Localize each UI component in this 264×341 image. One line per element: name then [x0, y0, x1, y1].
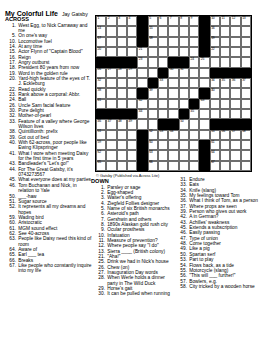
block-cell [106, 109, 116, 119]
grid-cell[interactable]: 15 [148, 26, 158, 36]
grid-cell[interactable] [168, 109, 178, 119]
clue-item[interactable]: 63.People like Daisy need this kind of r… [5, 236, 93, 247]
cell-number: 51 [98, 130, 101, 134]
grid-cell[interactable]: 67 [210, 161, 220, 171]
cell-number: 48 [118, 120, 121, 124]
cell-number: 1 [98, 17, 100, 21]
cell-number: 44 [139, 110, 142, 114]
cell-number: 16 [211, 27, 214, 31]
clue-item[interactable]: 52.It represents all my dreams and hopes [5, 204, 93, 215]
grid-cell[interactable] [127, 26, 137, 36]
block-cell [168, 57, 178, 67]
block-cell [210, 119, 220, 129]
grid-cell[interactable] [179, 47, 189, 57]
grid-cell[interactable] [137, 119, 147, 129]
grid-cell[interactable] [137, 78, 147, 88]
cell-number: 15 [149, 27, 152, 31]
grid-cell[interactable] [220, 109, 230, 119]
grid-cell[interactable] [158, 109, 168, 119]
cell-number: 12 [232, 17, 235, 21]
block-cell [127, 109, 137, 119]
grid-cell[interactable] [230, 99, 240, 109]
cell-number: 11 [221, 17, 224, 21]
cell-number: 5 [149, 17, 151, 21]
grid-cell[interactable] [179, 99, 189, 109]
grid-cell[interactable]: 44 [137, 109, 147, 119]
grid-cell[interactable]: 13 [241, 16, 251, 26]
grid-cell[interactable]: 29 [127, 68, 137, 78]
grid-cell[interactable] [127, 37, 137, 47]
block-cell [137, 140, 147, 150]
block-cell [137, 37, 147, 47]
clue-text: Feature of a valley where George Wilson … [18, 119, 93, 130]
grid-cell[interactable] [117, 140, 127, 150]
block-cell [220, 119, 230, 129]
cell-number: 37 [242, 79, 245, 83]
cell-number: 2 [108, 17, 110, 21]
grid-cell[interactable] [148, 119, 158, 129]
grid-cell[interactable] [168, 88, 178, 98]
grid-cell[interactable]: 65 [96, 161, 106, 171]
clue-text: Like people who constantly inquire into … [18, 263, 93, 274]
clue-item[interactable]: 46.Tom Buchanan and Nick, in relation to… [5, 183, 93, 194]
block-cell [96, 109, 106, 119]
cell-number: 26 [98, 68, 101, 72]
grid-cell[interactable] [179, 26, 189, 36]
clue-text: It represents all my dreams and hopes [18, 204, 93, 215]
grid-cell[interactable] [117, 161, 127, 171]
grid-cell[interactable]: 9 [189, 16, 199, 26]
grid-cell[interactable]: 8 [179, 16, 189, 26]
grid-cell[interactable]: 33 [158, 78, 168, 88]
cell-number: 43 [201, 99, 204, 103]
grid-cell[interactable] [220, 47, 230, 57]
grid-cell[interactable] [168, 47, 178, 57]
block-cell [199, 16, 209, 26]
grid-cell[interactable] [127, 47, 137, 57]
cell-number: 33 [159, 79, 162, 83]
grid-cell[interactable] [241, 37, 251, 47]
grid-cell[interactable]: 6 [158, 16, 168, 26]
grid-cell[interactable] [148, 68, 158, 78]
grid-cell[interactable]: 22 [210, 47, 220, 57]
cell-number: 39 [149, 89, 152, 93]
down-clue-list-1: 1.Parsley or sage2.Egg-shaped3.Waiter's … [95, 185, 175, 297]
grid-cell[interactable] [158, 47, 168, 57]
clue-item[interactable]: 33.Feature of a valley where George Wils… [5, 119, 93, 130]
clue-text: It can be pulled when running [107, 291, 175, 296]
cell-number: 61 [211, 141, 214, 145]
block-cell [137, 161, 147, 171]
grid-cell[interactable]: 57 [230, 130, 240, 140]
grid-cell[interactable]: 24 [189, 57, 199, 67]
grid-cell[interactable] [106, 130, 116, 140]
grid-cell[interactable]: 56 [220, 130, 230, 140]
clue-number: 63. [5, 236, 18, 247]
grid-cell[interactable]: 7 [168, 16, 178, 26]
grid-cell[interactable]: 58 [241, 130, 251, 140]
clue-text: City tricked by a wooden horse [189, 284, 263, 289]
block-cell [158, 119, 168, 129]
grid-cell[interactable]: 38 [96, 88, 106, 98]
grid-cell[interactable]: 27 [106, 68, 116, 78]
grid-cell[interactable] [106, 150, 116, 160]
grid-cell[interactable] [179, 37, 189, 47]
grid-cell[interactable] [179, 161, 189, 171]
grid-cell[interactable] [230, 26, 240, 36]
grid-cell[interactable]: 61 [210, 140, 220, 150]
grid-cell[interactable] [210, 57, 220, 67]
cell-number: 13 [242, 17, 245, 21]
grid-cell[interactable] [106, 140, 116, 150]
cell-number: 42 [139, 99, 142, 103]
copyright-line: © Gatsby (Published via Across Lite) [96, 173, 159, 178]
clue-number: 28. [95, 275, 107, 286]
cell-number: 7 [170, 17, 172, 21]
cell-number: 41 [98, 99, 101, 103]
grid-cell[interactable] [199, 109, 209, 119]
cell-number: 40 [211, 89, 214, 93]
grid-cell[interactable]: 46 [96, 119, 106, 129]
clue-text: West Egg, to Nick Carraway and me [18, 23, 93, 34]
grid-cell[interactable] [189, 47, 199, 57]
grid-cell[interactable] [106, 37, 116, 47]
grid-cell[interactable]: 20 [96, 47, 106, 57]
grid-cell[interactable] [127, 78, 137, 88]
grid-cell[interactable] [230, 57, 240, 67]
clue-item[interactable]: 58.City tricked by a wooden horse [177, 284, 263, 289]
cell-number: 66 [149, 161, 152, 165]
cell-number: 65 [98, 161, 101, 165]
cell-number: 46 [98, 120, 101, 124]
block-cell [127, 57, 137, 67]
grid-cell[interactable]: 48 [117, 119, 127, 129]
grid-cell[interactable] [127, 161, 137, 171]
cell-number: 60 [149, 141, 152, 145]
grid-cell[interactable]: 60 [148, 140, 158, 150]
grid-cell[interactable] [199, 78, 209, 88]
clue-item[interactable]: 30.It can be pulled when running [95, 291, 175, 296]
grid-cell[interactable]: 54 [168, 130, 178, 140]
grid-cell[interactable] [117, 47, 127, 57]
grid-cell[interactable] [148, 57, 158, 67]
grid-cell[interactable]: 26 [96, 68, 106, 78]
grid-cell[interactable]: 4 [127, 16, 137, 26]
cell-number: 4 [128, 17, 130, 21]
grid-cell[interactable]: 45 [189, 109, 199, 119]
clue-number: 41. [5, 151, 18, 162]
grid-cell[interactable]: 2 [106, 16, 116, 26]
clue-text: Tom Buchanan and Nick, in relation to Ya… [18, 183, 93, 194]
grid-cell[interactable]: 62 [96, 150, 106, 160]
grid-cell[interactable] [158, 150, 168, 160]
grid-cell[interactable] [148, 109, 158, 119]
block-cell [137, 130, 147, 140]
cell-number: 27 [108, 68, 111, 72]
grid-cell[interactable] [106, 47, 116, 57]
clue-item[interactable]: 40.With 62-across, poor people like Ewin… [5, 140, 93, 151]
cell-number: 25 [201, 58, 204, 62]
cell-number: 20 [98, 48, 101, 52]
block-cell [189, 99, 199, 109]
grid-cell[interactable]: 66 [148, 161, 158, 171]
grid-cell[interactable]: 59 [96, 140, 106, 150]
grid-cell[interactable] [189, 88, 199, 98]
grid-cell[interactable]: 47 [106, 119, 116, 129]
grid-cell[interactable] [127, 88, 137, 98]
grid-cell[interactable] [168, 140, 178, 150]
cell-number: 58 [242, 130, 245, 134]
grid-cell[interactable] [220, 150, 230, 160]
grid-cell[interactable] [199, 119, 209, 129]
grid-cell[interactable] [168, 26, 178, 36]
grid-cell[interactable] [230, 109, 240, 119]
grid-cell[interactable]: 34 [210, 78, 220, 88]
block-cell [148, 78, 158, 88]
grid-cell[interactable]: 36 [230, 78, 240, 88]
grid-cell[interactable] [241, 150, 251, 160]
cell-number: 57 [232, 130, 235, 134]
block-cell [137, 16, 147, 26]
grid-cell[interactable]: 25 [199, 57, 209, 67]
cell-number: 3 [118, 17, 120, 21]
clue-item[interactable]: 28.When Werle holds a dinner party in Th… [95, 275, 175, 286]
grid-cell[interactable] [117, 37, 127, 47]
grid-cell[interactable] [189, 37, 199, 47]
cell-number: 45 [190, 110, 193, 114]
grid-cell[interactable]: 11 [220, 16, 230, 26]
grid-cell[interactable]: 43 [199, 99, 209, 109]
grid-cell[interactable] [189, 78, 199, 88]
grid-cell[interactable] [127, 150, 137, 160]
grid-cell[interactable] [106, 78, 116, 88]
grid-cell[interactable]: 18 [148, 37, 158, 47]
grid-cell[interactable] [220, 140, 230, 150]
grid-cell[interactable]: 12 [230, 16, 240, 26]
grid-cell[interactable] [117, 88, 127, 98]
grid-cell[interactable] [148, 99, 158, 109]
block-cell [230, 68, 240, 78]
grid-cell[interactable] [117, 150, 127, 160]
clue-number: 46. [5, 183, 18, 194]
grid-cell[interactable]: 35 [220, 78, 230, 88]
grid-cell[interactable] [189, 130, 199, 140]
cell-number: 31 [180, 68, 183, 72]
grid-cell[interactable]: 32 [96, 78, 106, 88]
grid-cell[interactable] [179, 140, 189, 150]
grid-cell[interactable] [148, 47, 158, 57]
grid-cell[interactable] [158, 57, 168, 67]
grid-cell[interactable] [158, 88, 168, 98]
grid-cell[interactable]: 10 [210, 16, 220, 26]
grid-cell[interactable] [158, 161, 168, 171]
grid-cell[interactable] [210, 99, 220, 109]
block-cell [241, 119, 251, 129]
grid-cell[interactable]: 5 [148, 16, 158, 26]
block-cell [210, 68, 220, 78]
grid-cell[interactable]: 39 [148, 88, 158, 98]
grid-cell[interactable] [158, 37, 168, 47]
cell-number: 21 [139, 48, 142, 52]
crossword-grid[interactable]: 1234567891011121314151617181920212223242… [95, 15, 252, 172]
grid-cell[interactable] [168, 37, 178, 47]
grid-cell[interactable]: 55 [210, 130, 220, 140]
grid-cell[interactable]: 37 [241, 78, 251, 88]
clue-item[interactable]: 41.What I wore when meeting Daisy for th… [5, 151, 93, 162]
cell-number: 36 [232, 79, 235, 83]
clue-number: 67. [5, 263, 18, 274]
grid-cell[interactable] [179, 78, 189, 88]
grid-cell[interactable] [168, 99, 178, 109]
clue-number: 58. [177, 284, 189, 289]
cell-number: 18 [149, 37, 152, 41]
clue-number: 40. [5, 140, 18, 151]
grid-cell[interactable] [230, 47, 240, 57]
grid-cell[interactable]: 19 [210, 37, 220, 47]
cell-number: 38 [98, 89, 101, 93]
grid-cell[interactable] [220, 161, 230, 171]
clue-text: With 62-across, poor people like Ewing K… [18, 140, 93, 151]
cell-number: 32 [98, 79, 101, 83]
grid-cell[interactable] [168, 150, 178, 160]
grid-cell[interactable]: 40 [210, 88, 220, 98]
grid-cell[interactable] [220, 26, 230, 36]
grid-cell[interactable] [230, 150, 240, 160]
block-cell [158, 68, 168, 78]
block-cell [220, 68, 230, 78]
grid-cell[interactable] [230, 140, 240, 150]
cell-number: 24 [190, 58, 193, 62]
grid-cell[interactable]: 14 [96, 26, 106, 36]
grid-cell[interactable]: 42 [137, 99, 147, 109]
grid-cell[interactable]: 50 [179, 119, 189, 129]
grid-cell[interactable] [179, 88, 189, 98]
grid-cell[interactable] [241, 109, 251, 119]
cell-number: 49 [128, 120, 131, 124]
grid-cell[interactable] [168, 161, 178, 171]
grid-cell[interactable] [241, 161, 251, 171]
clue-text: What I wore when meeting Daisy for the f… [18, 151, 93, 162]
grid-cell[interactable] [241, 47, 251, 57]
grid-cell[interactable] [199, 68, 209, 78]
cell-number: 63 [149, 151, 152, 155]
block-cell [117, 57, 127, 67]
grid-cell[interactable] [220, 57, 230, 67]
grid-cell[interactable]: 30 [168, 68, 178, 78]
grid-cell[interactable] [230, 88, 240, 98]
grid-cell[interactable]: 1 [96, 16, 106, 26]
grid-cell[interactable] [117, 26, 127, 36]
grid-cell[interactable]: 23 [137, 57, 147, 67]
grid-cell[interactable] [220, 37, 230, 47]
clue-item[interactable]: 20.Yard-high feature of the eyes of T. J… [5, 76, 93, 87]
grid-cell[interactable]: 53 [158, 130, 168, 140]
grid-cell[interactable]: 64 [210, 150, 220, 160]
grid-cell[interactable] [168, 78, 178, 88]
cell-number: 53 [159, 130, 162, 134]
grid-cell[interactable]: 3 [117, 16, 127, 26]
grid-cell[interactable] [220, 88, 230, 98]
grid-cell[interactable] [179, 130, 189, 140]
grid-cell[interactable] [220, 99, 230, 109]
cell-number: 54 [170, 130, 173, 134]
cell-number: 30 [170, 68, 173, 72]
block-cell [241, 68, 251, 78]
grid-cell[interactable]: 31 [179, 68, 189, 78]
grid-cell[interactable]: 51 [96, 130, 106, 140]
clue-item[interactable]: 44.For The Great Gatsby, it's 0743273567 [5, 167, 93, 178]
grid-cell[interactable] [189, 140, 199, 150]
cell-number: 62 [98, 151, 101, 155]
grid-cell[interactable] [189, 161, 199, 171]
grid-cell[interactable] [230, 37, 240, 47]
block-cell [199, 26, 209, 36]
grid-cell[interactable]: 63 [148, 150, 158, 160]
grid-cell[interactable] [241, 88, 251, 98]
grid-cell[interactable] [117, 130, 127, 140]
grid-cell[interactable]: 17 [96, 37, 106, 47]
cell-number: 59 [98, 141, 101, 145]
cell-number: 19 [211, 37, 214, 41]
cell-number: 29 [128, 68, 131, 72]
grid-cell[interactable] [179, 150, 189, 160]
grid-cell[interactable] [158, 99, 168, 109]
grid-cell[interactable] [117, 99, 127, 109]
grid-cell[interactable] [158, 140, 168, 150]
grid-cell[interactable]: 16 [210, 26, 220, 36]
grid-cell[interactable]: 49 [127, 119, 137, 129]
block-cell [199, 88, 209, 98]
grid-cell[interactable]: 28 [117, 68, 127, 78]
block-cell [106, 57, 116, 67]
grid-cell[interactable] [106, 26, 116, 36]
grid-cell[interactable] [117, 78, 127, 88]
clue-number: 44. [5, 167, 18, 178]
grid-cell[interactable] [106, 161, 116, 171]
clue-item[interactable]: 67.Like people who constantly inquire in… [5, 263, 93, 274]
block-cell [199, 47, 209, 57]
grid-cell[interactable] [189, 26, 199, 36]
grid-cell[interactable] [241, 99, 251, 109]
grid-cell[interactable] [127, 99, 137, 109]
grid-cell[interactable] [137, 68, 147, 78]
grid-cell[interactable] [127, 140, 137, 150]
grid-cell[interactable]: 41 [96, 99, 106, 109]
block-cell [168, 119, 178, 129]
clue-item[interactable]: 1.West Egg, to Nick Carraway and me [5, 23, 93, 34]
grid-cell[interactable] [189, 150, 199, 160]
grid-cell[interactable]: 21 [137, 47, 147, 57]
grid-cell[interactable] [106, 88, 116, 98]
grid-cell[interactable] [199, 130, 209, 140]
grid-cell[interactable] [158, 26, 168, 36]
grid-cell[interactable] [189, 68, 199, 78]
grid-cell[interactable] [189, 119, 199, 129]
grid-cell[interactable] [241, 140, 251, 150]
cell-number: 22 [211, 48, 214, 52]
grid-cell[interactable] [106, 99, 116, 109]
grid-cell[interactable] [241, 26, 251, 36]
grid-cell[interactable] [127, 130, 137, 140]
cell-number: 35 [221, 79, 224, 83]
cell-number: 47 [108, 120, 111, 124]
cell-number: 52 [149, 130, 152, 134]
clue-text: Yard-high feature of the eyes of T. J. E… [18, 76, 93, 87]
grid-cell[interactable] [230, 161, 240, 171]
grid-cell[interactable] [241, 57, 251, 67]
grid-cell[interactable] [210, 109, 220, 119]
grid-cell[interactable]: 52 [148, 130, 158, 140]
